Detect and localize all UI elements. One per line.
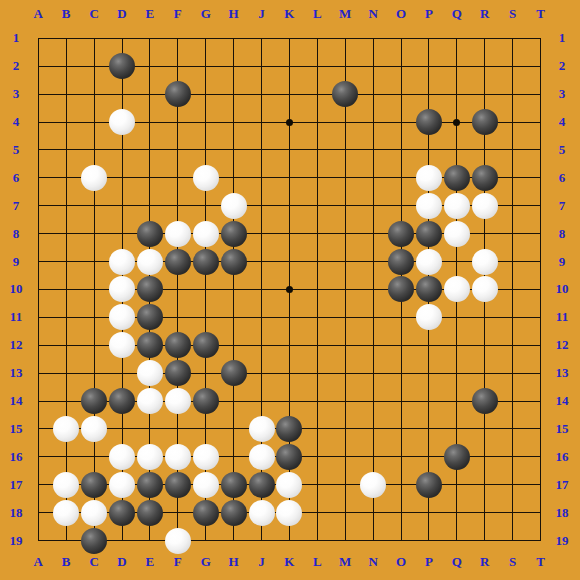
stone-black: [388, 249, 414, 275]
stone-white: [53, 472, 79, 498]
stone-white: [109, 332, 135, 358]
col-label-bottom: N: [363, 554, 383, 570]
col-label-bottom: G: [196, 554, 216, 570]
star-point: [286, 286, 293, 293]
stone-black: [388, 221, 414, 247]
col-label-top: G: [196, 6, 216, 22]
go-board[interactable]: AABBCCDDEEFFGGHHJJKKLLMMNNOOPPQQRRSSTT11…: [0, 0, 580, 580]
stone-black: [165, 472, 191, 498]
grid-line-vertical: [512, 38, 513, 541]
row-label-left: 1: [2, 30, 30, 46]
row-label-right: 11: [548, 309, 576, 325]
stone-black: [276, 444, 302, 470]
stone-black: [416, 276, 442, 302]
stone-white: [109, 109, 135, 135]
stone-black: [221, 500, 247, 526]
stone-white: [193, 165, 219, 191]
col-label-top: N: [363, 6, 383, 22]
stone-white: [109, 249, 135, 275]
row-label-right: 2: [548, 58, 576, 74]
col-label-top: B: [56, 6, 76, 22]
row-label-left: 6: [2, 170, 30, 186]
col-label-top: F: [168, 6, 188, 22]
col-label-top: S: [503, 6, 523, 22]
col-label-top: K: [279, 6, 299, 22]
col-label-bottom: C: [84, 554, 104, 570]
row-label-right: 1: [548, 30, 576, 46]
stone-white: [472, 276, 498, 302]
stone-black: [193, 332, 219, 358]
stone-black: [416, 221, 442, 247]
row-label-right: 5: [548, 142, 576, 158]
stone-white: [276, 500, 302, 526]
col-label-bottom: E: [140, 554, 160, 570]
stone-black: [81, 528, 107, 554]
col-label-bottom: Q: [447, 554, 467, 570]
stone-white: [109, 304, 135, 330]
stone-black: [137, 304, 163, 330]
stone-white: [81, 416, 107, 442]
star-point: [286, 119, 293, 126]
col-label-bottom: F: [168, 554, 188, 570]
row-label-left: 3: [2, 86, 30, 102]
stone-white: [360, 472, 386, 498]
grid-line-vertical: [345, 38, 346, 541]
row-label-left: 11: [2, 309, 30, 325]
row-label-left: 19: [2, 533, 30, 549]
stone-white: [249, 444, 275, 470]
stone-black: [276, 416, 302, 442]
stone-white: [165, 388, 191, 414]
row-label-left: 9: [2, 254, 30, 270]
col-label-bottom: O: [391, 554, 411, 570]
row-label-left: 7: [2, 198, 30, 214]
row-label-right: 12: [548, 337, 576, 353]
col-label-bottom: S: [503, 554, 523, 570]
col-label-top: P: [419, 6, 439, 22]
stone-white: [137, 249, 163, 275]
grid-line-vertical: [317, 38, 318, 541]
stone-white: [416, 249, 442, 275]
row-label-left: 12: [2, 337, 30, 353]
stone-black: [472, 109, 498, 135]
col-label-top: J: [252, 6, 272, 22]
col-label-bottom: R: [475, 554, 495, 570]
row-label-right: 13: [548, 365, 576, 381]
grid-line-vertical: [373, 38, 374, 541]
stone-black: [137, 276, 163, 302]
col-label-bottom: K: [279, 554, 299, 570]
row-label-left: 17: [2, 477, 30, 493]
stone-white: [444, 276, 470, 302]
stone-black: [472, 388, 498, 414]
stone-black: [193, 249, 219, 275]
stone-white: [249, 500, 275, 526]
stone-black: [109, 388, 135, 414]
stone-black: [193, 388, 219, 414]
col-label-top: R: [475, 6, 495, 22]
stone-black: [109, 53, 135, 79]
row-label-left: 2: [2, 58, 30, 74]
stone-white: [53, 500, 79, 526]
stone-white: [165, 444, 191, 470]
stone-black: [221, 249, 247, 275]
row-label-left: 8: [2, 226, 30, 242]
col-label-top: L: [307, 6, 327, 22]
row-label-right: 14: [548, 393, 576, 409]
stone-black: [81, 388, 107, 414]
col-label-bottom: B: [56, 554, 76, 570]
stone-black: [137, 332, 163, 358]
stone-black: [193, 500, 219, 526]
stone-white: [249, 416, 275, 442]
stone-black: [416, 109, 442, 135]
row-label-left: 18: [2, 505, 30, 521]
col-label-bottom: H: [224, 554, 244, 570]
row-label-right: 19: [548, 533, 576, 549]
row-label-right: 8: [548, 226, 576, 242]
stone-white: [444, 221, 470, 247]
stone-white: [81, 165, 107, 191]
stone-black: [221, 360, 247, 386]
star-point: [453, 119, 460, 126]
stone-black: [332, 81, 358, 107]
stone-black: [165, 249, 191, 275]
col-label-top: M: [335, 6, 355, 22]
stone-white: [444, 193, 470, 219]
row-label-left: 15: [2, 421, 30, 437]
stone-black: [444, 165, 470, 191]
row-label-left: 10: [2, 281, 30, 297]
stone-white: [472, 193, 498, 219]
stone-black: [165, 81, 191, 107]
col-label-bottom: L: [307, 554, 327, 570]
stone-black: [137, 221, 163, 247]
row-label-right: 3: [548, 86, 576, 102]
stone-black: [388, 276, 414, 302]
grid-line-vertical: [540, 38, 541, 541]
grid-line-horizontal: [38, 373, 541, 374]
stone-white: [193, 444, 219, 470]
col-label-bottom: J: [252, 554, 272, 570]
stone-black: [165, 332, 191, 358]
stone-white: [137, 388, 163, 414]
stone-black: [137, 500, 163, 526]
col-label-bottom: D: [112, 554, 132, 570]
col-label-bottom: P: [419, 554, 439, 570]
stone-white: [276, 472, 302, 498]
row-label-right: 17: [548, 477, 576, 493]
stone-black: [472, 165, 498, 191]
stone-black: [109, 500, 135, 526]
row-label-right: 4: [548, 114, 576, 130]
stone-white: [416, 304, 442, 330]
stone-black: [137, 472, 163, 498]
row-label-right: 7: [548, 198, 576, 214]
stone-white: [137, 360, 163, 386]
stone-white: [109, 444, 135, 470]
col-label-bottom: M: [335, 554, 355, 570]
stone-white: [109, 472, 135, 498]
stone-white: [137, 444, 163, 470]
stone-white: [416, 165, 442, 191]
stone-white: [53, 416, 79, 442]
col-label-bottom: A: [28, 554, 48, 570]
row-label-left: 13: [2, 365, 30, 381]
row-label-right: 16: [548, 449, 576, 465]
col-label-top: A: [28, 6, 48, 22]
col-label-top: D: [112, 6, 132, 22]
grid-line-horizontal: [38, 540, 541, 541]
row-label-right: 9: [548, 254, 576, 270]
row-label-right: 6: [548, 170, 576, 186]
stone-black: [81, 472, 107, 498]
stone-white: [109, 276, 135, 302]
stone-white: [165, 528, 191, 554]
row-label-left: 4: [2, 114, 30, 130]
row-label-right: 15: [548, 421, 576, 437]
row-label-right: 18: [548, 505, 576, 521]
stone-white: [165, 221, 191, 247]
stone-white: [81, 500, 107, 526]
stone-black: [165, 360, 191, 386]
stone-white: [193, 221, 219, 247]
row-label-left: 5: [2, 142, 30, 158]
row-label-right: 10: [548, 281, 576, 297]
col-label-top: C: [84, 6, 104, 22]
col-label-top: E: [140, 6, 160, 22]
col-label-bottom: T: [531, 554, 551, 570]
stone-white: [193, 472, 219, 498]
col-label-top: H: [224, 6, 244, 22]
row-label-left: 14: [2, 393, 30, 409]
stone-black: [249, 472, 275, 498]
col-label-top: O: [391, 6, 411, 22]
stone-black: [416, 472, 442, 498]
stone-white: [416, 193, 442, 219]
stone-black: [221, 221, 247, 247]
stone-black: [221, 472, 247, 498]
stone-white: [221, 193, 247, 219]
stone-white: [472, 249, 498, 275]
row-label-left: 16: [2, 449, 30, 465]
col-label-top: T: [531, 6, 551, 22]
stone-black: [444, 444, 470, 470]
col-label-top: Q: [447, 6, 467, 22]
